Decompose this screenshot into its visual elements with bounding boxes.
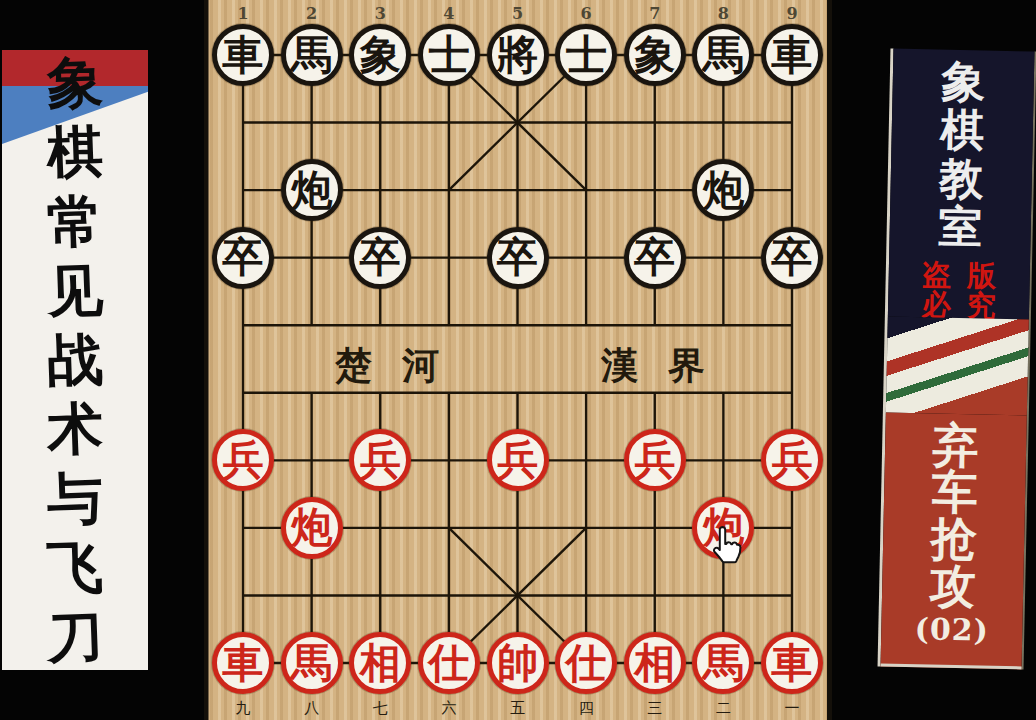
piece-black-chariot[interactable]: 車 bbox=[761, 24, 823, 86]
left-banner-char: 见 bbox=[46, 261, 104, 319]
screen: { "game": "Xiangqi (Chinese Chess)", "po… bbox=[0, 0, 1036, 720]
studio-title-char: 棋 bbox=[940, 106, 985, 155]
episode-number: (02) bbox=[914, 611, 989, 648]
piece-red-elephant[interactable]: 相 bbox=[349, 632, 411, 694]
file-label-bottom: 一 bbox=[778, 699, 806, 718]
piece-red-horse[interactable]: 馬 bbox=[281, 632, 343, 694]
hand-cursor-icon bbox=[705, 524, 742, 568]
file-label-top: 8 bbox=[709, 4, 737, 23]
board-grid-lines bbox=[204, 0, 832, 720]
file-label-top: 4 bbox=[435, 4, 463, 23]
piece-red-chariot[interactable]: 車 bbox=[212, 632, 274, 694]
piece-black-advisor[interactable]: 士 bbox=[418, 24, 480, 86]
piece-red-general[interactable]: 帥 bbox=[487, 632, 549, 694]
river-label-han-jie: 漢界 bbox=[601, 341, 735, 391]
left-banner-char: 战 bbox=[46, 330, 104, 388]
left-banner-char: 象 bbox=[46, 53, 104, 111]
piece-black-soldier[interactable]: 卒 bbox=[624, 227, 686, 289]
piece-black-soldier[interactable]: 卒 bbox=[761, 227, 823, 289]
xiangqi-board[interactable]: 123456789 九八七六五四三二一 楚河 漢界 車馬象士將士象馬車炮炮卒卒卒… bbox=[204, 0, 832, 720]
left-banner-char: 飞 bbox=[46, 538, 104, 596]
warning-row: 盗版 bbox=[922, 259, 997, 291]
episode-title-char: 攻 bbox=[929, 562, 976, 610]
file-label-bottom: 六 bbox=[435, 699, 463, 718]
episode-title-char: 车 bbox=[931, 468, 978, 516]
piece-black-general[interactable]: 將 bbox=[487, 24, 549, 86]
piece-black-soldier[interactable]: 卒 bbox=[487, 227, 549, 289]
piece-red-chariot[interactable]: 車 bbox=[761, 632, 823, 694]
file-label-bottom: 七 bbox=[366, 699, 394, 718]
file-label-bottom: 五 bbox=[504, 699, 532, 718]
file-label-bottom: 九 bbox=[229, 699, 257, 718]
right-banner-studio: 象棋教室 盗版必究 bbox=[888, 49, 1035, 320]
file-label-top: 3 bbox=[366, 4, 394, 23]
episode-title: 弃车抢攻 bbox=[929, 422, 979, 611]
piece-red-soldier[interactable]: 兵 bbox=[624, 429, 686, 491]
file-label-top: 7 bbox=[641, 4, 669, 23]
file-label-bottom: 二 bbox=[709, 699, 737, 718]
piece-red-soldier[interactable]: 兵 bbox=[761, 429, 823, 491]
diagonal-stripes bbox=[886, 317, 1029, 416]
left-banner: 象棋常见战术与飞刀 bbox=[2, 50, 148, 670]
file-label-top: 5 bbox=[504, 4, 532, 23]
studio-title-char: 教 bbox=[939, 154, 984, 203]
file-label-bottom: 八 bbox=[298, 699, 326, 718]
episode-title-char: 抢 bbox=[930, 515, 977, 563]
left-banner-title: 象棋常见战术与飞刀 bbox=[2, 54, 148, 664]
file-label-bottom: 三 bbox=[641, 699, 669, 718]
piece-black-elephant[interactable]: 象 bbox=[349, 24, 411, 86]
river-label-chu-he: 楚河 bbox=[335, 341, 469, 391]
file-label-top: 2 bbox=[298, 4, 326, 23]
piece-black-chariot[interactable]: 車 bbox=[212, 24, 274, 86]
left-banner-char: 棋 bbox=[46, 122, 104, 180]
left-banner-char: 刀 bbox=[46, 607, 104, 665]
piece-red-cannon[interactable]: 炮 bbox=[281, 497, 343, 559]
piece-red-soldier[interactable]: 兵 bbox=[487, 429, 549, 491]
piece-red-advisor[interactable]: 仕 bbox=[418, 632, 480, 694]
piece-red-soldier[interactable]: 兵 bbox=[212, 429, 274, 491]
warning-row: 必究 bbox=[921, 289, 996, 321]
piece-black-soldier[interactable]: 卒 bbox=[349, 227, 411, 289]
file-label-top: 1 bbox=[229, 4, 257, 23]
file-label-top: 6 bbox=[572, 4, 600, 23]
piece-black-horse[interactable]: 馬 bbox=[281, 24, 343, 86]
studio-title: 象棋教室 bbox=[938, 58, 986, 252]
studio-title-char: 室 bbox=[938, 203, 983, 252]
studio-title-char: 象 bbox=[941, 58, 986, 107]
file-label-bottom: 四 bbox=[572, 699, 600, 718]
piece-black-elephant[interactable]: 象 bbox=[624, 24, 686, 86]
piece-black-soldier[interactable]: 卒 bbox=[212, 227, 274, 289]
piece-red-advisor[interactable]: 仕 bbox=[555, 632, 617, 694]
file-label-top: 9 bbox=[778, 4, 806, 23]
piece-red-elephant[interactable]: 相 bbox=[624, 632, 686, 694]
right-banner: 象棋教室 盗版必究 弃车抢攻 (02) bbox=[878, 49, 1036, 670]
left-banner-char: 与 bbox=[46, 469, 104, 527]
piece-black-advisor[interactable]: 士 bbox=[555, 24, 617, 86]
piece-black-horse[interactable]: 馬 bbox=[692, 24, 754, 86]
piracy-warning: 盗版必究 bbox=[921, 259, 996, 321]
left-banner-char: 常 bbox=[46, 192, 104, 250]
episode-title-char: 弃 bbox=[932, 422, 979, 470]
piece-red-horse[interactable]: 馬 bbox=[692, 632, 754, 694]
piece-black-cannon[interactable]: 炮 bbox=[281, 159, 343, 221]
right-banner-episode: 弃车抢攻 (02) bbox=[881, 413, 1027, 670]
left-banner-char: 术 bbox=[46, 399, 104, 457]
